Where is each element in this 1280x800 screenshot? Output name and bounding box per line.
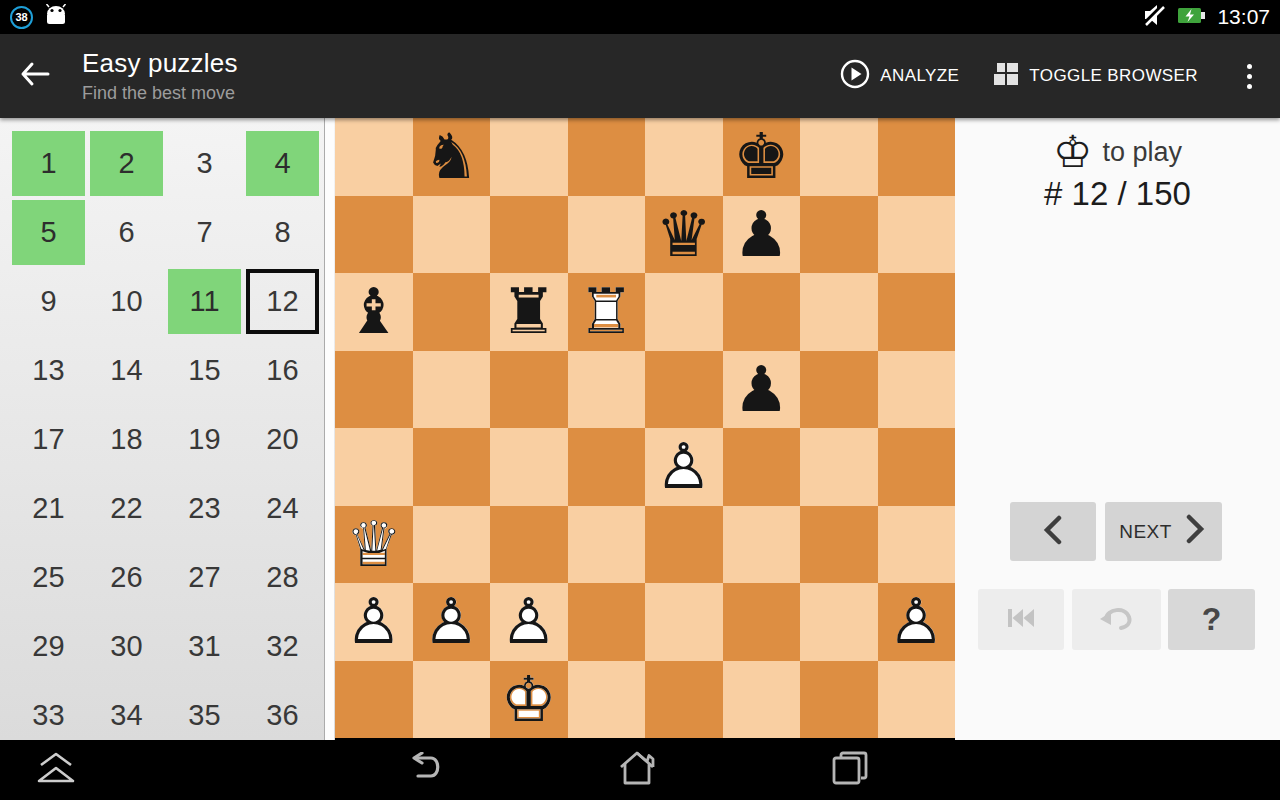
toggle-browser-button[interactable]: TOGGLE BROWSER <box>993 61 1198 92</box>
square-f1[interactable] <box>723 661 801 739</box>
turn-indicator: ♔ to play <box>955 130 1280 174</box>
square-d1[interactable] <box>568 661 646 739</box>
square-a4[interactable] <box>335 428 413 506</box>
chevron-roof-icon <box>33 751 79 789</box>
square-f5[interactable]: ♟ <box>723 351 801 429</box>
white-queen-outline: ♕ <box>335 506 413 584</box>
white-queen: ♛ <box>335 506 413 584</box>
mute-icon <box>1142 4 1166 30</box>
puzzle-cell-20[interactable]: 20 <box>246 407 319 472</box>
skip-to-start-icon <box>1004 605 1038 635</box>
toggle-browser-label: TOGGLE BROWSER <box>1029 66 1198 86</box>
square-g5[interactable] <box>800 351 878 429</box>
square-g6[interactable] <box>800 273 878 351</box>
square-g8[interactable] <box>800 118 878 196</box>
square-b7[interactable] <box>413 196 491 274</box>
square-f4[interactable] <box>723 428 801 506</box>
square-e7[interactable]: ♛ <box>645 196 723 274</box>
puzzle-cell-9[interactable]: 9 <box>12 269 85 334</box>
square-d3[interactable] <box>568 506 646 584</box>
square-a8[interactable] <box>335 118 413 196</box>
square-d7[interactable] <box>568 196 646 274</box>
square-h5[interactable] <box>878 351 956 429</box>
battery-charging-icon <box>1178 7 1205 28</box>
square-f6[interactable] <box>723 273 801 351</box>
black-queen: ♛ <box>645 196 723 274</box>
puzzle-cell-31[interactable]: 31 <box>168 614 241 679</box>
puzzle-cell-13[interactable]: 13 <box>12 338 85 403</box>
square-b1[interactable] <box>413 661 491 739</box>
puzzle-cell-30[interactable]: 30 <box>90 614 163 679</box>
puzzle-cell-10[interactable]: 10 <box>90 269 163 334</box>
screen: 38 <box>0 0 1280 800</box>
square-e3[interactable] <box>645 506 723 584</box>
white-pawn-outline: ♙ <box>878 583 956 661</box>
square-c4[interactable] <box>490 428 568 506</box>
nav-home-icon <box>616 750 658 790</box>
white-pawn-outline: ♙ <box>413 583 491 661</box>
white-pawn-outline: ♙ <box>490 583 568 661</box>
square-a3[interactable]: ♛♕ <box>335 506 413 584</box>
notification-count-badge: 38 <box>10 6 33 29</box>
square-d2[interactable] <box>568 583 646 661</box>
square-g4[interactable] <box>800 428 878 506</box>
android-nav-bar <box>0 740 1280 800</box>
puzzle-cell-11[interactable]: 11 <box>168 269 241 334</box>
puzzle-cell-36[interactable]: 36 <box>246 683 319 740</box>
square-c6[interactable]: ♜ <box>490 273 568 351</box>
square-f2[interactable] <box>723 583 801 661</box>
android-robot-icon <box>43 4 69 30</box>
square-h3[interactable] <box>878 506 956 584</box>
square-c2[interactable]: ♟♙ <box>490 583 568 661</box>
white-pawn: ♟ <box>413 583 491 661</box>
square-h1[interactable] <box>878 661 956 739</box>
scrollbar[interactable] <box>324 118 334 740</box>
notification-count: 38 <box>15 11 27 23</box>
puzzle-cell-17[interactable]: 17 <box>12 407 85 472</box>
square-e2[interactable] <box>645 583 723 661</box>
nav-recents-button[interactable] <box>822 740 878 800</box>
square-d4[interactable] <box>568 428 646 506</box>
next-puzzle-button[interactable]: NEXT <box>1105 502 1222 561</box>
puzzle-cell-3[interactable]: 3 <box>168 131 241 196</box>
back-arrow-icon <box>19 60 51 92</box>
white-rook: ♜ <box>568 273 646 351</box>
black-pawn: ♟ <box>723 196 801 274</box>
white-king-outline: ♔ <box>490 661 568 739</box>
square-b4[interactable] <box>413 428 491 506</box>
puzzle-cell-5[interactable]: 5 <box>12 200 85 265</box>
white-pawn: ♟ <box>335 583 413 661</box>
puzzle-cell-4[interactable]: 4 <box>246 131 319 196</box>
square-a6[interactable]: ♝ <box>335 273 413 351</box>
page-subtitle: Find the best move <box>82 83 238 104</box>
undo-move-button[interactable] <box>1072 589 1161 650</box>
puzzle-cell-18[interactable]: 18 <box>90 407 163 472</box>
square-b2[interactable]: ♟♙ <box>413 583 491 661</box>
play-circle-icon <box>840 59 870 94</box>
puzzle-cell-1[interactable]: 1 <box>12 131 85 196</box>
puzzle-cell-7[interactable]: 7 <box>168 200 241 265</box>
puzzle-cell-8[interactable]: 8 <box>246 200 319 265</box>
square-h4[interactable] <box>878 428 956 506</box>
puzzle-browser-panel: 1234567891011121314151617181920212223242… <box>0 118 335 740</box>
square-a1[interactable] <box>335 661 413 739</box>
page-title: Easy puzzles <box>82 48 238 79</box>
chevron-left-icon <box>1040 515 1066 549</box>
white-pawn-outline: ♙ <box>335 583 413 661</box>
puzzle-cell-32[interactable]: 32 <box>246 614 319 679</box>
square-b5[interactable] <box>413 351 491 429</box>
puzzle-cell-16[interactable]: 16 <box>246 338 319 403</box>
puzzle-cell-15[interactable]: 15 <box>168 338 241 403</box>
nav-home-button[interactable] <box>609 740 665 800</box>
hint-button[interactable]: ? <box>1168 589 1255 650</box>
next-label: NEXT <box>1119 521 1172 543</box>
square-b6[interactable] <box>413 273 491 351</box>
square-g1[interactable] <box>800 661 878 739</box>
square-d5[interactable] <box>568 351 646 429</box>
puzzle-cell-29[interactable]: 29 <box>12 614 85 679</box>
white-pawn: ♟ <box>878 583 956 661</box>
status-time: 13:07 <box>1217 5 1270 29</box>
nav-back-button[interactable] <box>397 740 453 800</box>
previous-puzzle-button[interactable] <box>1010 502 1096 561</box>
nav-back-icon <box>404 752 446 788</box>
black-pawn: ♟ <box>723 351 801 429</box>
chess-board[interactable]: ♞♚♛♟♝♜♜♖♟♟♙♛♕♟♙♟♙♟♙♟♙♚♔ <box>335 118 955 738</box>
square-f7[interactable]: ♟ <box>723 196 801 274</box>
square-c5[interactable] <box>490 351 568 429</box>
analyze-button[interactable]: ANALYZE <box>840 59 959 94</box>
puzzle-cell-22[interactable]: 22 <box>90 476 163 541</box>
hint-label: ? <box>1202 601 1222 638</box>
square-a2[interactable]: ♟♙ <box>335 583 413 661</box>
puzzle-cell-33[interactable]: 33 <box>12 683 85 740</box>
overflow-menu-button[interactable] <box>1232 46 1266 106</box>
black-knight: ♞ <box>413 118 491 196</box>
puzzle-cell-25[interactable]: 25 <box>12 545 85 610</box>
white-pawn-outline: ♙ <box>645 428 723 506</box>
restart-position-button[interactable] <box>978 589 1064 650</box>
puzzle-cell-14[interactable]: 14 <box>90 338 163 403</box>
square-a5[interactable] <box>335 351 413 429</box>
square-g3[interactable] <box>800 506 878 584</box>
square-d6[interactable]: ♜♖ <box>568 273 646 351</box>
square-h8[interactable] <box>878 118 956 196</box>
square-f8[interactable]: ♚ <box>723 118 801 196</box>
square-e5[interactable] <box>645 351 723 429</box>
square-e8[interactable] <box>645 118 723 196</box>
analyze-label: ANALYZE <box>880 66 959 86</box>
puzzle-cell-27[interactable]: 27 <box>168 545 241 610</box>
square-c3[interactable] <box>490 506 568 584</box>
white-pawn: ♟ <box>645 428 723 506</box>
back-button[interactable] <box>0 34 70 118</box>
square-f3[interactable] <box>723 506 801 584</box>
white-rook-outline: ♖ <box>568 273 646 351</box>
white-king-icon: ♔ <box>1053 130 1092 174</box>
puzzle-cell-21[interactable]: 21 <box>12 476 85 541</box>
square-h6[interactable] <box>878 273 956 351</box>
puzzle-cell-6[interactable]: 6 <box>90 200 163 265</box>
square-h2[interactable]: ♟♙ <box>878 583 956 661</box>
square-e4[interactable]: ♟♙ <box>645 428 723 506</box>
square-e6[interactable] <box>645 273 723 351</box>
square-e1[interactable] <box>645 661 723 739</box>
square-c8[interactable] <box>490 118 568 196</box>
square-d8[interactable] <box>568 118 646 196</box>
to-play-label: to play <box>1102 137 1182 168</box>
chevron-right-icon <box>1182 514 1208 549</box>
puzzle-cell-19[interactable]: 19 <box>168 407 241 472</box>
app-bar: Easy puzzles Find the best move ANALYZE <box>0 34 1280 118</box>
square-a7[interactable] <box>335 196 413 274</box>
square-b3[interactable] <box>413 506 491 584</box>
square-b8[interactable]: ♞ <box>413 118 491 196</box>
puzzle-cell-34[interactable]: 34 <box>90 683 163 740</box>
black-rook: ♜ <box>490 273 568 351</box>
expand-panel-button[interactable] <box>28 740 84 800</box>
square-h7[interactable] <box>878 196 956 274</box>
puzzle-cell-26[interactable]: 26 <box>90 545 163 610</box>
white-king: ♚ <box>490 661 568 739</box>
square-c7[interactable] <box>490 196 568 274</box>
puzzle-counter: # 12 / 150 <box>955 175 1280 213</box>
side-panel: ♔ to play # 12 / 150 NEXT <box>955 118 1280 740</box>
puzzle-cell-2[interactable]: 2 <box>90 131 163 196</box>
grid-icon <box>993 61 1019 92</box>
puzzle-cell-23[interactable]: 23 <box>168 476 241 541</box>
puzzle-cell-35[interactable]: 35 <box>168 683 241 740</box>
puzzle-cell-24[interactable]: 24 <box>246 476 319 541</box>
black-king: ♚ <box>723 118 801 196</box>
square-g7[interactable] <box>800 196 878 274</box>
undo-arrow-icon <box>1099 604 1135 636</box>
puzzle-cell-12[interactable]: 12 <box>246 269 319 334</box>
status-bar: 38 <box>0 0 1280 34</box>
square-c1[interactable]: ♚♔ <box>490 661 568 739</box>
nav-recents-icon <box>831 750 869 790</box>
square-g2[interactable] <box>800 583 878 661</box>
white-pawn: ♟ <box>490 583 568 661</box>
puzzle-cell-28[interactable]: 28 <box>246 545 319 610</box>
black-bishop: ♝ <box>335 273 413 351</box>
